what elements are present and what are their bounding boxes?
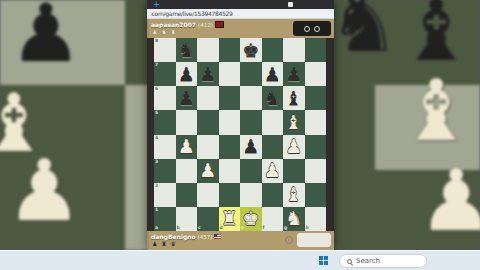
bottom-player-captured-pieces: ♟ ♜ ♛ <box>152 241 177 247</box>
chess-board[interactable]: 8♞♚7♟♟♟♟6♟♞♝5♝4♟♟♟3♟♟2♝1abcd♜e♚fg♞h <box>154 38 326 231</box>
square-a7[interactable]: 7 <box>154 62 176 86</box>
square-b8[interactable]: ♞ <box>176 38 198 62</box>
square-d6[interactable] <box>219 86 241 110</box>
settings-icon[interactable] <box>285 236 293 244</box>
square-g3[interactable] <box>283 159 305 183</box>
browser-tab-strip: + <box>147 0 334 9</box>
square-a5[interactable]: 5 <box>154 110 176 134</box>
rank-label-8: 8 <box>155 39 158 44</box>
square-b1[interactable]: b <box>176 207 198 231</box>
top-player-captured-pieces: ♟ ♞ ♜ <box>152 29 177 35</box>
clock-icon <box>304 26 310 32</box>
bottom-player-clock <box>297 233 331 247</box>
bottom-player-name[interactable]: dangBenigno <box>151 233 196 240</box>
square-b2[interactable] <box>176 183 198 207</box>
player-bar-top: aapasan2007 (412) ♟ ♞ ♜ <box>147 19 334 38</box>
piece-black-pawn[interactable]: ♟ <box>176 86 198 110</box>
square-h8[interactable] <box>305 38 327 62</box>
square-g7[interactable]: ♟ <box>283 62 305 86</box>
new-tab-button[interactable]: + <box>153 0 160 9</box>
rank-label-4: 4 <box>155 136 158 141</box>
square-h4[interactable] <box>305 135 327 159</box>
square-g5[interactable]: ♝ <box>283 110 305 134</box>
square-a3[interactable]: 3 <box>154 159 176 183</box>
square-h6[interactable] <box>305 86 327 110</box>
wallpaper-black-knight: ♞ <box>328 0 400 64</box>
browser-window: + .com/game/live/15394784529 aapasan2007… <box>147 0 334 250</box>
square-h5[interactable] <box>305 110 327 134</box>
square-c2[interactable] <box>197 183 219 207</box>
square-c8[interactable] <box>197 38 219 62</box>
file-label-a: a <box>155 226 158 231</box>
rank-label-5: 5 <box>155 111 158 116</box>
square-e3[interactable] <box>240 159 262 183</box>
square-b6[interactable]: ♟ <box>176 86 198 110</box>
url-text[interactable]: .com/game/live/15394784529 <box>150 10 233 17</box>
wallpaper-black-pawn: ♟ <box>10 0 82 74</box>
square-e8[interactable]: ♚ <box>240 38 262 62</box>
square-c4[interactable] <box>197 135 219 159</box>
windows-taskbar: Search <box>0 250 480 270</box>
piece-white-bishop[interactable]: ♝ <box>283 110 305 134</box>
piece-white-king[interactable]: ♚ <box>240 207 262 231</box>
square-g4[interactable]: ♟ <box>283 135 305 159</box>
square-c7[interactable]: ♟ <box>197 62 219 86</box>
clock-icon <box>314 26 320 32</box>
search-label: Search <box>356 257 380 265</box>
piece-black-pawn[interactable]: ♟ <box>176 62 198 86</box>
square-a6[interactable]: 6 <box>154 86 176 110</box>
wallpaper-white-pawn-right: ♟ <box>418 158 480 243</box>
square-f3[interactable]: ♟ <box>262 159 284 183</box>
file-label-h: h <box>306 226 309 231</box>
square-a8[interactable]: 8 <box>154 38 176 62</box>
square-h1[interactable]: h <box>305 207 327 231</box>
square-d4[interactable] <box>219 135 241 159</box>
piece-black-knight[interactable]: ♞ <box>262 86 284 110</box>
square-f6[interactable]: ♞ <box>262 86 284 110</box>
rank-label-6: 6 <box>155 87 158 92</box>
square-c1[interactable]: c <box>197 207 219 231</box>
square-a2[interactable]: 2 <box>154 183 176 207</box>
top-player-name[interactable]: aapasan2007 <box>151 21 196 28</box>
square-f8[interactable] <box>262 38 284 62</box>
square-h7[interactable] <box>305 62 327 86</box>
top-player-clock <box>293 21 331 36</box>
square-f5[interactable] <box>262 110 284 134</box>
square-g2[interactable]: ♝ <box>283 183 305 207</box>
piece-white-rook[interactable]: ♜ <box>219 207 241 231</box>
square-b7[interactable]: ♟ <box>176 62 198 86</box>
square-f7[interactable]: ♟ <box>262 62 284 86</box>
browser-address-bar[interactable]: .com/game/live/15394784529 <box>147 9 334 19</box>
square-h2[interactable] <box>305 183 327 207</box>
square-f2[interactable] <box>262 183 284 207</box>
square-c5[interactable] <box>197 110 219 134</box>
square-e7[interactable] <box>240 62 262 86</box>
piece-black-pawn[interactable]: ♟ <box>283 62 305 86</box>
file-label-c: c <box>198 226 201 231</box>
rank-label-1: 1 <box>155 208 158 213</box>
search-icon <box>347 259 352 264</box>
square-b3[interactable] <box>176 159 198 183</box>
tab-favicon[interactable] <box>288 2 293 7</box>
square-c6[interactable] <box>197 86 219 110</box>
square-g8[interactable] <box>283 38 305 62</box>
file-label-f: f <box>263 226 265 231</box>
square-a4[interactable]: 4 <box>154 135 176 159</box>
square-c3[interactable]: ♟ <box>197 159 219 183</box>
rank-label-2: 2 <box>155 184 158 189</box>
file-label-b: b <box>177 226 180 231</box>
piece-black-pawn[interactable]: ♟ <box>262 62 284 86</box>
bottom-player-rating: (457) <box>198 234 213 240</box>
piece-white-pawn[interactable]: ♟ <box>197 159 219 183</box>
piece-black-knight[interactable]: ♞ <box>176 38 198 62</box>
square-e1[interactable]: e♚ <box>240 207 262 231</box>
square-d5[interactable] <box>219 110 241 134</box>
square-a1[interactable]: 1a <box>154 207 176 231</box>
square-e4[interactable]: ♟ <box>240 135 262 159</box>
square-b4[interactable]: ♟ <box>176 135 198 159</box>
square-d7[interactable] <box>219 62 241 86</box>
square-g1[interactable]: g♞ <box>283 207 305 231</box>
bottom-player-flag-icon <box>214 234 221 239</box>
square-e5[interactable] <box>240 110 262 134</box>
square-e6[interactable] <box>240 86 262 110</box>
rank-label-7: 7 <box>155 63 158 68</box>
square-d3[interactable] <box>219 159 241 183</box>
square-d1[interactable]: d♜ <box>219 207 241 231</box>
piece-black-pawn[interactable]: ♟ <box>197 62 219 86</box>
piece-white-pawn[interactable]: ♟ <box>283 135 305 159</box>
piece-white-bishop[interactable]: ♝ <box>283 183 305 207</box>
piece-white-pawn[interactable]: ♟ <box>262 159 284 183</box>
top-player-flag-icon <box>215 21 224 28</box>
square-g6[interactable]: ♝ <box>283 86 305 110</box>
piece-black-king[interactable]: ♚ <box>240 38 262 62</box>
square-f1[interactable]: f <box>262 207 284 231</box>
square-b5[interactable] <box>176 110 198 134</box>
square-d8[interactable] <box>219 38 241 62</box>
windows-start-button[interactable] <box>319 256 328 265</box>
square-e2[interactable] <box>240 183 262 207</box>
wallpaper-white-bishop-right: ♝ <box>398 68 474 153</box>
piece-black-bishop[interactable]: ♝ <box>283 86 305 110</box>
wallpaper-white-pawn-left: ♟ <box>6 148 82 233</box>
taskbar-search[interactable]: Search <box>339 254 427 268</box>
square-d2[interactable] <box>219 183 241 207</box>
top-player-rating: (412) <box>198 22 213 28</box>
square-h3[interactable] <box>305 159 327 183</box>
square-f4[interactable] <box>262 135 284 159</box>
rank-label-3: 3 <box>155 160 158 165</box>
board-zone: 8♞♚7♟♟♟♟6♟♞♝5♝4♟♟♟3♟♟2♝1abcd♜e♚fg♞h <box>147 38 334 231</box>
piece-black-pawn[interactable]: ♟ <box>240 135 262 159</box>
player-bar-bottom: dangBenigno (457) ♟ ♜ ♛ <box>147 231 334 250</box>
piece-white-knight[interactable]: ♞ <box>283 207 305 231</box>
piece-white-pawn[interactable]: ♟ <box>176 135 198 159</box>
